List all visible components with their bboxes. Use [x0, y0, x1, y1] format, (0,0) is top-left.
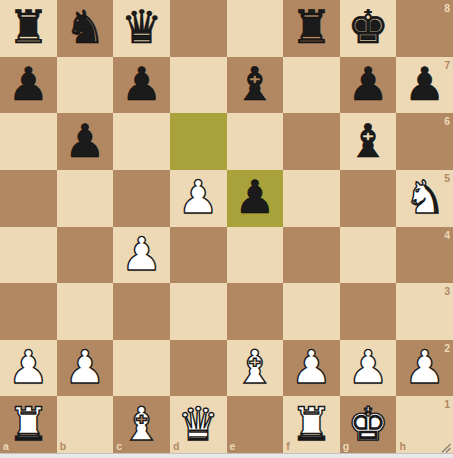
black-pawn[interactable]: ♟ — [64, 118, 105, 164]
square-a2[interactable]: ♟ — [0, 340, 57, 397]
square-d2[interactable] — [170, 340, 227, 397]
square-c8[interactable]: ♛ — [113, 0, 170, 57]
square-e1[interactable]: e — [227, 396, 284, 453]
square-b7[interactable] — [57, 57, 114, 114]
square-c2[interactable] — [113, 340, 170, 397]
square-b1[interactable]: b — [57, 396, 114, 453]
square-g6[interactable]: ♝ — [340, 113, 397, 170]
black-queen[interactable]: ♛ — [121, 4, 162, 50]
square-e3[interactable] — [227, 283, 284, 340]
square-d1[interactable]: ♛d — [170, 396, 227, 453]
square-g1[interactable]: ♚g — [340, 396, 397, 453]
square-c3[interactable] — [113, 283, 170, 340]
square-b8[interactable]: ♞ — [57, 0, 114, 57]
chess-board: ♜♞♛♜♚8♟♟♝♟♟7♟♝6♟♟♞5♟43♟♟♝♟♟♟2♜ab♝c♛de♜f♚… — [0, 0, 453, 453]
square-f6[interactable] — [283, 113, 340, 170]
square-d8[interactable] — [170, 0, 227, 57]
black-bishop[interactable]: ♝ — [347, 118, 388, 164]
black-pawn[interactable]: ♟ — [121, 61, 162, 107]
black-knight[interactable]: ♞ — [64, 4, 105, 50]
square-h4[interactable]: 4 — [396, 227, 453, 284]
square-e4[interactable] — [227, 227, 284, 284]
white-pawn[interactable]: ♟ — [404, 344, 445, 390]
coordinate-file-b: b — [60, 441, 66, 452]
square-f3[interactable] — [283, 283, 340, 340]
square-a8[interactable]: ♜ — [0, 0, 57, 57]
chess-board-page: ♜♞♛♜♚8♟♟♝♟♟7♟♝6♟♟♞5♟43♟♟♝♟♟♟2♜ab♝c♛de♜f♚… — [0, 0, 453, 458]
square-g2[interactable]: ♟ — [340, 340, 397, 397]
white-pawn[interactable]: ♟ — [8, 344, 49, 390]
white-pawn[interactable]: ♟ — [347, 344, 388, 390]
square-c5[interactable] — [113, 170, 170, 227]
square-a4[interactable] — [0, 227, 57, 284]
white-king[interactable]: ♚ — [347, 401, 388, 447]
white-pawn[interactable]: ♟ — [291, 344, 332, 390]
white-pawn[interactable]: ♟ — [121, 231, 162, 277]
white-pawn[interactable]: ♟ — [178, 174, 219, 220]
square-b2[interactable]: ♟ — [57, 340, 114, 397]
coordinate-file-h: h — [399, 441, 405, 452]
white-knight[interactable]: ♞ — [404, 174, 445, 220]
square-a1[interactable]: ♜a — [0, 396, 57, 453]
coordinate-rank-1: 1 — [444, 399, 450, 410]
square-h2[interactable]: ♟2 — [396, 340, 453, 397]
square-b4[interactable] — [57, 227, 114, 284]
square-b6[interactable]: ♟ — [57, 113, 114, 170]
white-bishop[interactable]: ♝ — [121, 401, 162, 447]
square-f2[interactable]: ♟ — [283, 340, 340, 397]
black-pawn[interactable]: ♟ — [347, 61, 388, 107]
square-g3[interactable] — [340, 283, 397, 340]
square-c1[interactable]: ♝c — [113, 396, 170, 453]
square-h6[interactable]: 6 — [396, 113, 453, 170]
black-king[interactable]: ♚ — [347, 4, 388, 50]
square-d4[interactable] — [170, 227, 227, 284]
page-bottom-strip — [0, 453, 453, 458]
square-f4[interactable] — [283, 227, 340, 284]
square-g8[interactable]: ♚ — [340, 0, 397, 57]
square-f1[interactable]: ♜f — [283, 396, 340, 453]
square-c4[interactable]: ♟ — [113, 227, 170, 284]
white-bishop[interactable]: ♝ — [234, 344, 275, 390]
square-d3[interactable] — [170, 283, 227, 340]
coordinate-file-e: e — [230, 441, 236, 452]
coordinate-rank-4: 4 — [444, 230, 450, 241]
white-rook[interactable]: ♜ — [291, 401, 332, 447]
square-a5[interactable] — [0, 170, 57, 227]
square-d6[interactable] — [170, 113, 227, 170]
square-g4[interactable] — [340, 227, 397, 284]
board-resize-handle-icon[interactable] — [440, 440, 452, 452]
coordinate-rank-6: 6 — [444, 116, 450, 127]
white-pawn[interactable]: ♟ — [64, 344, 105, 390]
square-c6[interactable] — [113, 113, 170, 170]
square-b5[interactable] — [57, 170, 114, 227]
black-rook[interactable]: ♜ — [291, 4, 332, 50]
coordinate-rank-3: 3 — [444, 286, 450, 297]
black-pawn[interactable]: ♟ — [404, 61, 445, 107]
square-e5[interactable]: ♟ — [227, 170, 284, 227]
coordinate-rank-8: 8 — [444, 3, 450, 14]
square-d5[interactable]: ♟ — [170, 170, 227, 227]
black-rook[interactable]: ♜ — [8, 4, 49, 50]
square-f7[interactable] — [283, 57, 340, 114]
black-pawn[interactable]: ♟ — [8, 61, 49, 107]
square-h5[interactable]: ♞5 — [396, 170, 453, 227]
square-e6[interactable] — [227, 113, 284, 170]
square-d7[interactable] — [170, 57, 227, 114]
square-e8[interactable] — [227, 0, 284, 57]
square-g7[interactable]: ♟ — [340, 57, 397, 114]
coordinate-file-f: f — [286, 441, 290, 452]
square-g5[interactable] — [340, 170, 397, 227]
square-b3[interactable] — [57, 283, 114, 340]
square-h3[interactable]: 3 — [396, 283, 453, 340]
square-a6[interactable] — [0, 113, 57, 170]
square-c7[interactable]: ♟ — [113, 57, 170, 114]
white-queen[interactable]: ♛ — [178, 401, 219, 447]
square-a3[interactable] — [0, 283, 57, 340]
black-pawn[interactable]: ♟ — [234, 174, 275, 220]
square-a7[interactable]: ♟ — [0, 57, 57, 114]
square-e2[interactable]: ♝ — [227, 340, 284, 397]
square-h8[interactable]: 8 — [396, 0, 453, 57]
square-h7[interactable]: ♟7 — [396, 57, 453, 114]
square-e7[interactable]: ♝ — [227, 57, 284, 114]
white-rook[interactable]: ♜ — [8, 401, 49, 447]
square-f5[interactable] — [283, 170, 340, 227]
black-bishop[interactable]: ♝ — [234, 61, 275, 107]
square-f8[interactable]: ♜ — [283, 0, 340, 57]
